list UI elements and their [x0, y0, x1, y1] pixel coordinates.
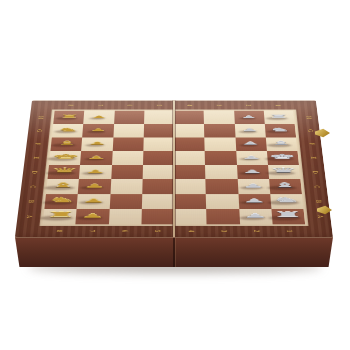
file-label-right-g: G — [305, 128, 315, 132]
rank-label-back-6: 6 — [125, 103, 135, 107]
square-a4[interactable] — [174, 209, 207, 224]
piece-gold-bishop-f8[interactable]: ♝ — [47, 140, 87, 145]
hinge-seam — [173, 101, 175, 238]
square-b3[interactable] — [206, 194, 239, 209]
file-label-left-e: E — [31, 156, 41, 160]
piece-gold-rook-h8[interactable]: ♜ — [50, 114, 89, 119]
square-c1[interactable] — [269, 179, 302, 194]
square-f4[interactable] — [174, 137, 205, 151]
square-c4[interactable] — [174, 179, 206, 194]
piece-gold-pawn-e7[interactable]: ♟ — [76, 155, 116, 160]
square-c5[interactable] — [142, 179, 174, 194]
piece-silver-bishop-f1[interactable]: ♝ — [262, 140, 302, 145]
square-d5[interactable] — [142, 165, 174, 179]
square-b1[interactable] — [270, 194, 304, 209]
square-a3[interactable] — [206, 209, 239, 224]
piece-silver-knight-g1[interactable]: ♞ — [261, 127, 300, 132]
square-d3[interactable] — [205, 165, 237, 179]
file-label-right-h: H — [303, 115, 313, 119]
product-photo-stage: 8877665544332211HHGGFFEEDDCCBBAA ♜♟♟♜♞♟♟… — [0, 0, 350, 350]
piece-silver-rook-h1[interactable]: ♜ — [260, 114, 299, 119]
square-b7[interactable] — [77, 194, 110, 209]
square-a2[interactable] — [239, 209, 273, 224]
rank-label-back-4: 4 — [184, 103, 194, 107]
chess-board: 8877665544332211HHGGFFEEDDCCBBAA ♜♟♟♜♞♟♟… — [15, 101, 333, 238]
square-c7[interactable] — [78, 179, 111, 194]
square-a1[interactable] — [271, 209, 305, 224]
piece-silver-pawn-e2[interactable]: ♟ — [232, 155, 272, 160]
file-label-left-h: H — [35, 115, 45, 119]
square-b6[interactable] — [109, 194, 142, 209]
square-e4[interactable] — [174, 151, 205, 165]
file-label-left-f: F — [32, 142, 42, 146]
square-b2[interactable] — [238, 194, 271, 209]
rank-label-back-8: 8 — [65, 103, 75, 107]
square-c8[interactable] — [46, 179, 79, 194]
square-c6[interactable] — [110, 179, 142, 194]
square-b5[interactable] — [142, 194, 174, 209]
rank-label-back-3: 3 — [214, 103, 224, 107]
file-label-left-g: G — [34, 128, 44, 132]
rank-label-back-2: 2 — [243, 103, 253, 107]
square-g5[interactable] — [143, 124, 174, 137]
square-a7[interactable] — [76, 209, 110, 224]
square-b4[interactable] — [174, 194, 206, 209]
hinge-seam-front — [173, 238, 175, 267]
square-d4[interactable] — [174, 165, 206, 179]
square-c3[interactable] — [206, 179, 238, 194]
square-h5[interactable] — [144, 111, 174, 124]
square-g4[interactable] — [174, 124, 205, 137]
square-h4[interactable] — [174, 111, 204, 124]
piece-gold-knight-g8[interactable]: ♞ — [48, 127, 87, 132]
square-a5[interactable] — [141, 209, 174, 224]
file-label-right-e: E — [308, 156, 318, 160]
square-c2[interactable] — [237, 179, 270, 194]
board-front-rail — [15, 237, 333, 267]
square-d6[interactable] — [111, 165, 143, 179]
square-f5[interactable] — [143, 137, 174, 151]
rank-label-back-1: 1 — [273, 103, 283, 107]
file-label-right-f: F — [306, 142, 316, 146]
rank-label-back-7: 7 — [95, 103, 105, 107]
square-a6[interactable] — [108, 209, 141, 224]
square-e5[interactable] — [143, 151, 174, 165]
square-a8[interactable] — [43, 209, 77, 224]
rank-label-back-5: 5 — [154, 103, 164, 107]
square-b8[interactable] — [44, 194, 78, 209]
